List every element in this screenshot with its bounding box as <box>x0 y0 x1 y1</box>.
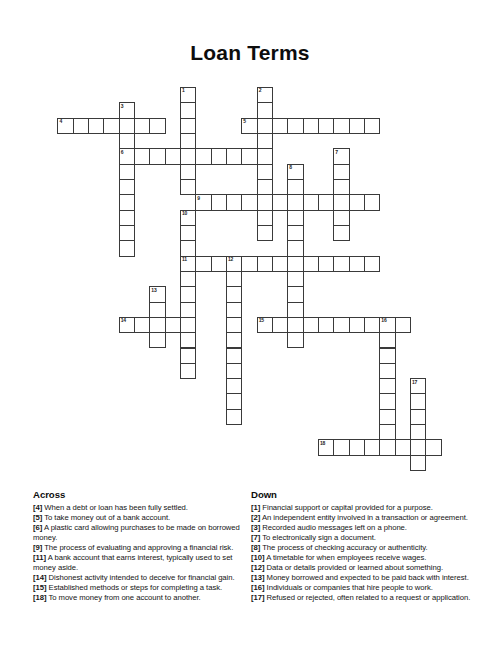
cell-r2-c12[interactable]: 5 <box>241 118 257 134</box>
cell-r20-c23[interactable] <box>410 393 426 409</box>
cell-r7-c17[interactable] <box>318 194 334 210</box>
cell-r16-c15[interactable] <box>287 332 303 348</box>
cell-r11-c9[interactable] <box>195 256 211 272</box>
cell-r15-c18[interactable] <box>333 317 349 333</box>
cell-r15-c14[interactable] <box>272 317 288 333</box>
cell-r13-c15[interactable] <box>287 286 303 302</box>
cell-r10-c8[interactable] <box>180 240 196 256</box>
cell-r8-c18[interactable] <box>333 210 349 226</box>
puzzle-title: Loan Terms <box>0 41 500 65</box>
cell-r15-c22[interactable] <box>395 317 411 333</box>
cell-r15-c8[interactable] <box>180 317 196 333</box>
cell-r15-c4[interactable]: 14 <box>119 317 135 333</box>
cell-r5-c8[interactable] <box>180 164 196 180</box>
cell-r6-c13[interactable] <box>257 179 273 195</box>
cell-number-3: 3 <box>121 104 124 109</box>
cell-r10-c15[interactable] <box>287 240 303 256</box>
cell-number-9: 9 <box>197 196 200 201</box>
cell-r21-c11[interactable] <box>226 409 242 425</box>
cell-r10-c4[interactable] <box>119 240 135 256</box>
cell-r20-c11[interactable] <box>226 393 242 409</box>
cell-r4-c8[interactable] <box>180 148 196 164</box>
cell-r15-c16[interactable] <box>303 317 319 333</box>
cell-number-6: 6 <box>121 150 124 155</box>
crossword-page: Loan Terms 123456789101112131415161718 A… <box>0 0 500 647</box>
down-clue-list: [1] Financial support or capital provide… <box>251 503 475 603</box>
cell-r3-c4[interactable] <box>119 133 135 149</box>
cell-r2-c18[interactable] <box>333 118 349 134</box>
cell-r2-c13[interactable] <box>257 118 273 134</box>
down-clue-17: [17] Refused or rejected, often related … <box>251 593 475 603</box>
cell-r18-c8[interactable] <box>180 363 196 379</box>
cell-r14-c6[interactable] <box>149 302 165 318</box>
cell-r2-c2[interactable] <box>88 118 104 134</box>
cell-r0-c13[interactable]: 2 <box>257 87 273 103</box>
cell-r21-c23[interactable] <box>410 409 426 425</box>
cell-r11-c13[interactable] <box>257 256 273 272</box>
cell-r4-c18[interactable]: 7 <box>333 148 349 164</box>
cell-r14-c11[interactable] <box>226 302 242 318</box>
cell-r23-c19[interactable] <box>349 439 365 455</box>
cell-r5-c18[interactable] <box>333 164 349 180</box>
cell-r4-c13[interactable] <box>257 148 273 164</box>
cell-number-16: 16 <box>381 318 386 323</box>
cell-r7-c20[interactable] <box>364 194 380 210</box>
across-clue-18: [18] To move money from one account to a… <box>33 593 252 603</box>
cell-r11-c8[interactable]: 11 <box>180 256 196 272</box>
cell-r9-c13[interactable] <box>257 225 273 241</box>
cell-r16-c6[interactable] <box>149 332 165 348</box>
cell-r13-c6[interactable]: 13 <box>149 286 165 302</box>
cell-number-11: 11 <box>182 257 187 262</box>
cell-r23-c24[interactable] <box>425 439 441 455</box>
cell-r21-c21[interactable] <box>379 409 395 425</box>
cell-number-7: 7 <box>335 150 338 155</box>
cell-r15-c13[interactable]: 15 <box>257 317 273 333</box>
cell-number-17: 17 <box>412 380 417 385</box>
cell-r4-c6[interactable] <box>149 148 165 164</box>
cell-r16-c21[interactable] <box>379 332 395 348</box>
cell-r15-c11[interactable] <box>226 317 242 333</box>
cell-r4-c11[interactable] <box>226 148 242 164</box>
cell-r2-c6[interactable] <box>149 118 165 134</box>
cell-number-13: 13 <box>151 288 156 293</box>
cell-r22-c23[interactable] <box>410 424 426 440</box>
cell-r8-c4[interactable] <box>119 210 135 226</box>
cell-r2-c19[interactable] <box>349 118 365 134</box>
cell-number-10: 10 <box>182 211 187 216</box>
cell-r15-c5[interactable] <box>134 317 150 333</box>
cell-r23-c17[interactable]: 18 <box>318 439 334 455</box>
cell-r12-c15[interactable] <box>287 271 303 287</box>
cell-r15-c17[interactable] <box>318 317 334 333</box>
down-clue-3: [3] Recorded audio messages left on a ph… <box>251 523 475 533</box>
cell-r22-c21[interactable] <box>379 424 395 440</box>
cell-r7-c11[interactable] <box>226 194 242 210</box>
cell-r7-c13[interactable] <box>257 194 273 210</box>
across-clue-14: [14] Dishonest activity intended to dece… <box>33 573 252 583</box>
cell-number-18: 18 <box>320 441 325 446</box>
across-clue-5: [5] To take money out of a bank account. <box>33 513 252 523</box>
cell-r9-c18[interactable] <box>333 225 349 241</box>
cell-r2-c20[interactable] <box>364 118 380 134</box>
cell-r6-c18[interactable] <box>333 179 349 195</box>
cell-r15-c19[interactable] <box>349 317 365 333</box>
cell-r19-c21[interactable] <box>379 378 395 394</box>
cell-r13-c8[interactable] <box>180 286 196 302</box>
cell-r0-c8[interactable]: 1 <box>180 87 196 103</box>
cell-r3-c8[interactable] <box>180 133 196 149</box>
cell-r5-c4[interactable] <box>119 164 135 180</box>
cell-r23-c20[interactable] <box>364 439 380 455</box>
cell-r2-c1[interactable] <box>73 118 89 134</box>
down-clue-8: [8] The process of checking accuracy or … <box>251 543 475 553</box>
down-clue-1: [1] Financial support or capital provide… <box>251 503 475 513</box>
cell-number-5: 5 <box>243 119 246 124</box>
down-clues: Down [1] Financial support or capital pr… <box>251 490 475 603</box>
cell-r23-c18[interactable] <box>333 439 349 455</box>
cell-r8-c15[interactable] <box>287 210 303 226</box>
crossword-grid: 123456789101112131415161718 <box>57 87 441 471</box>
down-clue-7: [7] To electronically sign a document. <box>251 533 475 543</box>
cell-r19-c11[interactable] <box>226 378 242 394</box>
across-heading: Across <box>33 490 252 500</box>
across-clues: Across [4] When a debt or loan has been … <box>33 490 252 603</box>
cell-r19-c23[interactable]: 17 <box>410 378 426 394</box>
cell-r5-c15[interactable]: 8 <box>287 164 303 180</box>
cell-r16-c8[interactable] <box>180 332 196 348</box>
cell-r2-c3[interactable] <box>103 118 119 134</box>
down-clue-16: [16] Individuals or companies that hire … <box>251 583 475 593</box>
cell-r8-c13[interactable] <box>257 210 273 226</box>
cell-number-12: 12 <box>228 257 233 262</box>
cell-r15-c20[interactable] <box>364 317 380 333</box>
cell-r4-c12[interactable] <box>241 148 257 164</box>
cell-r1-c4[interactable]: 3 <box>119 102 135 118</box>
cell-r3-c13[interactable] <box>257 133 273 149</box>
cell-r11-c17[interactable] <box>318 256 334 272</box>
cell-r7-c15[interactable] <box>287 194 303 210</box>
cell-r2-c0[interactable]: 4 <box>57 118 73 134</box>
cell-r9-c4[interactable] <box>119 225 135 241</box>
cell-r9-c15[interactable] <box>287 225 303 241</box>
cell-r4-c10[interactable] <box>211 148 227 164</box>
cell-r20-c21[interactable] <box>379 393 395 409</box>
cell-r7-c18[interactable] <box>333 194 349 210</box>
cell-r11-c15[interactable] <box>287 256 303 272</box>
cell-r7-c12[interactable] <box>241 194 257 210</box>
across-clue-15: [15] Established methods or steps for co… <box>33 583 252 593</box>
cell-r4-c4[interactable]: 6 <box>119 148 135 164</box>
cell-r6-c8[interactable] <box>180 179 196 195</box>
cell-number-14: 14 <box>121 318 126 323</box>
down-heading: Down <box>251 490 475 500</box>
down-clue-10: [10] A timetable for when employees rece… <box>251 553 475 563</box>
cell-r2-c4[interactable] <box>119 118 135 134</box>
cell-r15-c6[interactable] <box>149 317 165 333</box>
cell-r4-c7[interactable] <box>165 148 181 164</box>
cell-r17-c21[interactable] <box>379 348 395 364</box>
cell-r7-c14[interactable] <box>272 194 288 210</box>
cell-r15-c7[interactable] <box>165 317 181 333</box>
cell-number-15: 15 <box>259 318 264 323</box>
cell-r11-c14[interactable] <box>272 256 288 272</box>
cell-number-4: 4 <box>59 119 62 124</box>
cell-r14-c15[interactable] <box>287 302 303 318</box>
cell-r2-c8[interactable] <box>180 118 196 134</box>
cell-r1-c13[interactable] <box>257 102 273 118</box>
across-clue-9: [9] The process of evaluating and approv… <box>33 543 252 553</box>
cell-r6-c4[interactable] <box>119 179 135 195</box>
cell-r13-c11[interactable] <box>226 286 242 302</box>
cell-r12-c11[interactable] <box>226 271 242 287</box>
cell-r15-c21[interactable]: 16 <box>379 317 395 333</box>
cell-r6-c15[interactable] <box>287 179 303 195</box>
cell-r1-c8[interactable] <box>180 102 196 118</box>
cell-r2-c14[interactable] <box>272 118 288 134</box>
across-clue-list: [4] When a debt or loan has been fully s… <box>33 503 252 603</box>
cell-r11-c16[interactable] <box>303 256 319 272</box>
cell-r15-c15[interactable] <box>287 317 303 333</box>
cell-r7-c19[interactable] <box>349 194 365 210</box>
cell-r11-c11[interactable]: 12 <box>226 256 242 272</box>
across-clue-4: [4] When a debt or loan has been fully s… <box>33 503 252 513</box>
cell-r7-c10[interactable] <box>211 194 227 210</box>
cell-r18-c11[interactable] <box>226 363 242 379</box>
cell-r11-c12[interactable] <box>241 256 257 272</box>
cell-r2-c17[interactable] <box>318 118 334 134</box>
cell-r9-c8[interactable] <box>180 225 196 241</box>
cell-number-1: 1 <box>182 88 185 93</box>
cell-r7-c4[interactable] <box>119 194 135 210</box>
cell-number-8: 8 <box>289 165 292 170</box>
cell-r4-c5[interactable] <box>134 148 150 164</box>
cell-r7-c16[interactable] <box>303 194 319 210</box>
cell-r17-c11[interactable] <box>226 348 242 364</box>
across-clue-11: [11] A bank account that earns interest,… <box>33 553 252 573</box>
cell-r16-c11[interactable] <box>226 332 242 348</box>
cell-r11-c18[interactable] <box>333 256 349 272</box>
cell-r23-c23[interactable] <box>410 439 426 455</box>
cell-number-2: 2 <box>259 88 262 93</box>
down-clue-13: [13] Money borrowed and expected to be p… <box>251 573 475 583</box>
cell-r2-c16[interactable] <box>303 118 319 134</box>
cell-r17-c8[interactable] <box>180 348 196 364</box>
cell-r8-c8[interactable]: 10 <box>180 210 196 226</box>
down-clue-12: [12] Data or details provided or learned… <box>251 563 475 573</box>
cell-r2-c5[interactable] <box>134 118 150 134</box>
across-clue-6: [6] A plastic card allowing purchases to… <box>33 523 252 543</box>
cell-r24-c23[interactable] <box>410 455 426 471</box>
cell-r2-c15[interactable] <box>287 118 303 134</box>
cell-r18-c21[interactable] <box>379 363 395 379</box>
cell-r12-c8[interactable] <box>180 271 196 287</box>
cell-r5-c13[interactable] <box>257 164 273 180</box>
cell-r11-c19[interactable] <box>349 256 365 272</box>
cell-r23-c22[interactable] <box>395 439 411 455</box>
down-clue-2: [2] An independent entity involved in a … <box>251 513 475 523</box>
cell-r14-c8[interactable] <box>180 302 196 318</box>
cell-r11-c10[interactable] <box>211 256 227 272</box>
cell-r11-c20[interactable] <box>364 256 380 272</box>
cell-r4-c9[interactable] <box>195 148 211 164</box>
cell-r23-c21[interactable] <box>379 439 395 455</box>
cell-r7-c9[interactable]: 9 <box>195 194 211 210</box>
